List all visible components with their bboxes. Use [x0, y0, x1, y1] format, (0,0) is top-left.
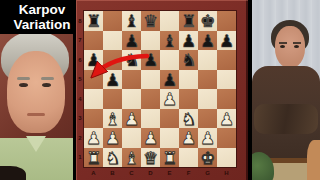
- square-b7[interactable]: [103, 31, 122, 51]
- white-rook[interactable]: ♜: [84, 148, 103, 168]
- square-b5[interactable]: ♟: [103, 70, 122, 90]
- square-b8[interactable]: [103, 11, 122, 31]
- square-f3[interactable]: ♞: [179, 109, 198, 129]
- black-knight[interactable]: ♞: [122, 50, 141, 70]
- black-pawn[interactable]: ♟: [103, 70, 122, 90]
- square-h1[interactable]: [217, 148, 236, 168]
- file-label-b: B: [103, 167, 122, 178]
- rank-label-2: 2: [76, 128, 84, 148]
- karpov-mouth: [27, 113, 45, 116]
- white-bishop[interactable]: ♝: [103, 109, 122, 129]
- kasparov-eyebrow: [293, 42, 301, 44]
- square-c5[interactable]: [122, 70, 141, 90]
- rank-label-4: 4: [76, 89, 84, 109]
- square-g4[interactable]: [198, 89, 217, 109]
- white-king[interactable]: ♚: [198, 148, 217, 168]
- file-label-f: F: [179, 167, 198, 178]
- square-a6[interactable]: ♟: [84, 50, 103, 70]
- square-b1[interactable]: ♞: [103, 148, 122, 168]
- white-pawn[interactable]: ♟: [179, 128, 198, 148]
- white-pawn[interactable]: ♟: [141, 128, 160, 148]
- file-label-c: C: [122, 167, 141, 178]
- white-knight[interactable]: ♞: [179, 109, 198, 129]
- square-a8[interactable]: ♜: [84, 11, 103, 31]
- black-queen[interactable]: ♛: [141, 11, 160, 31]
- black-pawn[interactable]: ♟: [179, 31, 198, 51]
- square-f8[interactable]: ♜: [179, 11, 198, 31]
- black-pawn[interactable]: ♟: [217, 31, 236, 51]
- rank-label-8: 8: [76, 11, 84, 31]
- left-panel: Karpov Variation: [0, 0, 76, 180]
- file-label-g: G: [198, 167, 217, 178]
- square-c6[interactable]: ♞: [122, 50, 141, 70]
- black-rook[interactable]: ♜: [179, 11, 198, 31]
- kasparov-crossed-arms: [254, 104, 318, 134]
- square-e5[interactable]: ♟: [160, 70, 179, 90]
- black-pawn[interactable]: ♟: [198, 31, 217, 51]
- square-g7[interactable]: ♟: [198, 31, 217, 51]
- title-line-2: Variation: [10, 17, 74, 32]
- file-label-d: D: [141, 167, 160, 178]
- square-e1[interactable]: ♜: [160, 148, 179, 168]
- square-g2[interactable]: ♟: [198, 128, 217, 148]
- square-a2[interactable]: ♟: [84, 128, 103, 148]
- square-a5[interactable]: [84, 70, 103, 90]
- square-e8[interactable]: [160, 11, 179, 31]
- square-g5[interactable]: [198, 70, 217, 90]
- square-a3[interactable]: [84, 109, 103, 129]
- karpov-eyebrow: [17, 77, 30, 80]
- chess-board: 87654321 ♜♝♛♜♚♟♝♟♟♟♟♞♟♞♟♟♟♝♟♞♟♟♟♟♟♟♜♞♝♛♜…: [76, 0, 248, 180]
- white-knight[interactable]: ♞: [103, 148, 122, 168]
- rank-label-6: 6: [76, 50, 84, 70]
- black-rook[interactable]: ♜: [84, 11, 103, 31]
- square-e6[interactable]: [160, 50, 179, 70]
- karpov-face: [7, 51, 65, 133]
- square-g3[interactable]: [198, 109, 217, 129]
- kasparov-photo: [252, 0, 320, 180]
- square-e3[interactable]: [160, 109, 179, 129]
- black-knight[interactable]: ♞: [179, 50, 198, 70]
- square-c4[interactable]: [122, 89, 141, 109]
- black-pawn[interactable]: ♟: [122, 31, 141, 51]
- square-d1[interactable]: ♛: [141, 148, 160, 168]
- kasparov-eye: [280, 45, 285, 48]
- kasparov-eyebrow: [279, 42, 287, 44]
- square-h7[interactable]: ♟: [217, 31, 236, 51]
- square-f1[interactable]: [179, 148, 198, 168]
- black-pawn[interactable]: ♟: [141, 50, 160, 70]
- video-title: Karpov Variation: [10, 2, 74, 32]
- square-c2[interactable]: [122, 128, 141, 148]
- white-pawn[interactable]: ♟: [160, 89, 179, 109]
- square-b4[interactable]: [103, 89, 122, 109]
- karpov-eye: [42, 83, 51, 87]
- square-d6[interactable]: ♟: [141, 50, 160, 70]
- square-f2[interactable]: ♟: [179, 128, 198, 148]
- square-a1[interactable]: ♜: [84, 148, 103, 168]
- square-h5[interactable]: [217, 70, 236, 90]
- file-labels: ABCDEFGH: [84, 167, 236, 178]
- square-e7[interactable]: ♝: [160, 31, 179, 51]
- karpov-eyebrow: [41, 77, 54, 80]
- square-d2[interactable]: ♟: [141, 128, 160, 148]
- white-rook[interactable]: ♜: [160, 148, 179, 168]
- kasparov-eye: [294, 45, 299, 48]
- white-bishop[interactable]: ♝: [122, 148, 141, 168]
- karpov-photo: [0, 34, 73, 180]
- board-squares: ♜♝♛♜♚♟♝♟♟♟♟♞♟♞♟♟♟♝♟♞♟♟♟♟♟♟♜♞♝♛♜♚: [84, 11, 236, 167]
- square-c8[interactable]: ♝: [122, 11, 141, 31]
- karpov-eye: [19, 83, 28, 87]
- title-line-1: Karpov: [10, 2, 74, 17]
- black-king[interactable]: ♚: [198, 11, 217, 31]
- square-d4[interactable]: [141, 89, 160, 109]
- file-label-a: A: [84, 167, 103, 178]
- square-d8[interactable]: ♛: [141, 11, 160, 31]
- video-thumbnail: Karpov Variation 87654321 ♜♝♛♜♚♟♝♟♟♟♟♞♟♞…: [0, 0, 320, 180]
- black-pawn[interactable]: ♟: [84, 50, 103, 70]
- white-queen[interactable]: ♛: [141, 148, 160, 168]
- square-f4[interactable]: [179, 89, 198, 109]
- square-e2[interactable]: [160, 128, 179, 148]
- square-g8[interactable]: ♚: [198, 11, 217, 31]
- file-label-e: E: [160, 167, 179, 178]
- rank-label-1: 1: [76, 148, 84, 168]
- square-d3[interactable]: [141, 109, 160, 129]
- rank-label-3: 3: [76, 109, 84, 129]
- square-f5[interactable]: [179, 70, 198, 90]
- black-bishop[interactable]: ♝: [122, 11, 141, 31]
- square-b6[interactable]: [103, 50, 122, 70]
- square-h4[interactable]: [217, 89, 236, 109]
- square-f6[interactable]: ♞: [179, 50, 198, 70]
- square-c3[interactable]: ♟: [122, 109, 141, 129]
- square-e4[interactable]: ♟: [160, 89, 179, 109]
- square-h8[interactable]: [217, 11, 236, 31]
- square-h2[interactable]: [217, 128, 236, 148]
- file-label-h: H: [217, 167, 236, 178]
- square-a4[interactable]: [84, 89, 103, 109]
- white-pawn[interactable]: ♟: [103, 128, 122, 148]
- square-c1[interactable]: ♝: [122, 148, 141, 168]
- square-d5[interactable]: [141, 70, 160, 90]
- black-bishop[interactable]: ♝: [160, 31, 179, 51]
- rank-label-5: 5: [76, 70, 84, 90]
- square-g6[interactable]: [198, 50, 217, 70]
- photo-shadow: [0, 166, 26, 180]
- square-b3[interactable]: ♝: [103, 109, 122, 129]
- rank-label-7: 7: [76, 31, 84, 51]
- wall-corner: [307, 140, 320, 180]
- square-d7[interactable]: [141, 31, 160, 51]
- square-f7[interactable]: ♟: [179, 31, 198, 51]
- black-pawn[interactable]: ♟: [160, 70, 179, 90]
- square-b2[interactable]: ♟: [103, 128, 122, 148]
- white-pawn[interactable]: ♟: [217, 109, 236, 129]
- square-h3[interactable]: ♟: [217, 109, 236, 129]
- white-pawn[interactable]: ♟: [198, 128, 217, 148]
- white-pawn[interactable]: ♟: [122, 109, 141, 129]
- square-h6[interactable]: [217, 50, 236, 70]
- square-a7[interactable]: [84, 31, 103, 51]
- square-c7[interactable]: ♟: [122, 31, 141, 51]
- square-g1[interactable]: ♚: [198, 148, 217, 168]
- rank-labels: 87654321: [76, 11, 84, 167]
- white-pawn[interactable]: ♟: [84, 128, 103, 148]
- right-panel: [248, 0, 320, 180]
